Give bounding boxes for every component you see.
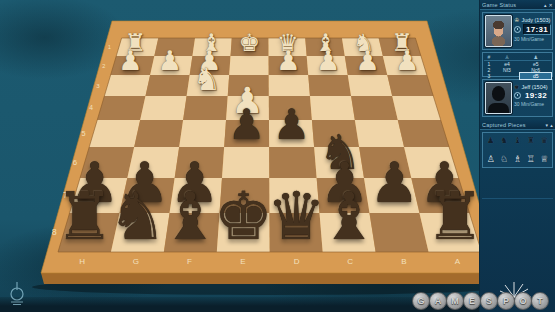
piece-d2-white-pawn[interactable]: ♟	[276, 47, 300, 74]
captured-white-bishop-icon: ♗	[513, 154, 521, 164]
square-h3[interactable]	[104, 75, 150, 96]
piece-f3-white-knight[interactable]: ♞	[193, 64, 221, 95]
sidebar-divider	[482, 198, 553, 199]
square-d6[interactable]	[269, 147, 317, 178]
gamespot-letter-G: G	[412, 292, 430, 310]
square-h4[interactable]	[97, 96, 145, 120]
captured-white-queen-icon: ♕	[540, 154, 548, 164]
rank-label-3: 3	[96, 82, 100, 89]
gamespot-letter-M: M	[446, 292, 464, 310]
piece-g8-black-knight[interactable]: ♞	[108, 184, 167, 250]
time-control-black: 30 Min/Game	[514, 101, 544, 107]
piece-d5-black-pawn[interactable]: ♟	[273, 104, 311, 146]
square-a5[interactable]	[398, 120, 449, 147]
captured-black-rook-icon: ♜	[527, 136, 534, 145]
gamespot-letter-T: T	[531, 292, 549, 310]
file-label-c: C	[347, 257, 353, 266]
square-g5[interactable]	[134, 120, 183, 147]
player-photo-white	[485, 15, 512, 47]
gamespot-letter-S: S	[480, 292, 498, 310]
square-b4[interactable]	[351, 96, 398, 120]
captured-black-queen-icon: ♛	[541, 136, 548, 145]
chess-board-3d: HGFEDCBA12345678 ♜♞♝♛♚♝♜♟♟♟♟♟♟♟♞♟♟♟♞♟♟♟♟…	[0, 0, 555, 312]
player-name-black: Jeff (1504)	[521, 84, 547, 90]
scroll-up-icon[interactable]: ▴	[550, 122, 553, 128]
piece-h8-black-rook[interactable]: ♜	[55, 184, 114, 250]
square-e6[interactable]	[222, 147, 269, 178]
captured-black-row: ♟♞♝♜♛	[484, 136, 551, 145]
gamespot-letter-E: E	[463, 292, 481, 310]
piece-d8-black-queen[interactable]: ♛	[267, 184, 326, 250]
captured-black-bishop-icon: ♝	[514, 136, 521, 145]
square-h5[interactable]	[89, 120, 140, 147]
player-photo-black	[485, 82, 512, 114]
silhouette-body	[488, 103, 509, 114]
gamespot-letter-P: P	[497, 292, 515, 310]
clock-white: 17:31	[523, 24, 551, 35]
piece-h2-white-pawn[interactable]: ♟	[118, 47, 142, 74]
time-control-white: 30 Min/Game	[514, 36, 544, 42]
captured-white-row: ♙♘♗♖♕	[484, 154, 551, 164]
game-status-title: Game Status	[482, 2, 542, 8]
piece-a8-black-rook[interactable]: ♜	[425, 184, 484, 250]
file-label-a: A	[455, 257, 461, 266]
board-frame-edge	[41, 273, 499, 284]
file-label-e: E	[240, 257, 245, 266]
game-status-titlebar[interactable]: Game Status ▴ ✕	[480, 0, 555, 10]
rank-label-5: 5	[82, 129, 86, 138]
piece-a2-white-pawn[interactable]: ♟	[395, 47, 419, 74]
player-name-row: ♔ Judy (1503)	[514, 16, 550, 23]
square-g3[interactable]	[145, 75, 189, 96]
square-d3[interactable]	[269, 75, 310, 96]
file-label-g: G	[133, 257, 139, 266]
file-label-f: F	[187, 257, 192, 266]
square-a4[interactable]	[392, 96, 441, 120]
white-king-icon: ♔	[514, 16, 519, 23]
scroll-down-icon[interactable]: ▾	[546, 122, 549, 128]
bottom-left-watermark-icon	[5, 280, 29, 310]
move-list-panel[interactable]: #♙♟1e4e52Nf3Nc63d5	[482, 52, 553, 77]
move-list-table: #♙♟1e4e52Nf3Nc63d5	[484, 54, 551, 79]
captured-black-pawn-icon: ♟	[487, 136, 494, 145]
file-label-b: B	[401, 257, 406, 266]
rank-label-1: 1	[108, 44, 111, 50]
clock-icon	[514, 92, 521, 99]
piece-c8-black-bishop[interactable]: ♝	[320, 184, 379, 250]
player-panel-white: ♔ Judy (1503) 17:31 30 Min/Game	[482, 12, 553, 50]
collapse-icon[interactable]: ▴	[544, 2, 547, 8]
square-e2[interactable]	[229, 56, 269, 75]
square-f4[interactable]	[183, 96, 228, 120]
piece-f8-black-bishop[interactable]: ♝	[161, 184, 220, 250]
clock-icon	[514, 26, 521, 33]
piece-g2-white-pawn[interactable]: ♟	[158, 47, 182, 74]
player-panel-black: ♚ Jeff (1504) 19:32 30 Min/Game	[482, 79, 553, 117]
player-name-white: Judy (1503)	[521, 17, 550, 23]
gamespot-letter-A: A	[429, 292, 447, 310]
square-c3[interactable]	[308, 75, 351, 96]
captured-white-knight-icon: ♘	[500, 154, 508, 164]
piece-c2-white-pawn[interactable]: ♟	[316, 47, 340, 74]
square-a3[interactable]	[387, 75, 433, 96]
game-status-sidebar: Game Status ▴ ✕ ♔ Judy (1503) 17:31 30 M…	[479, 0, 555, 312]
clock-black: 19:32	[523, 91, 549, 100]
captured-pieces-titlebar[interactable]: Captured Pieces ▾ ▴	[480, 120, 555, 130]
file-label-h: H	[79, 257, 85, 266]
captured-white-rook-icon: ♖	[527, 154, 535, 164]
piece-b2-white-pawn[interactable]: ♟	[355, 47, 379, 74]
piece-e8-black-king[interactable]: ♚	[214, 184, 273, 250]
gamespot-watermark: GAMESPOT	[413, 292, 549, 310]
gamespot-letter-O: O	[514, 292, 532, 310]
black-king-icon: ♚	[514, 83, 519, 90]
captured-white-pawn-icon: ♙	[487, 154, 495, 164]
rank-label-4: 4	[89, 104, 93, 111]
square-c4[interactable]	[310, 96, 355, 120]
square-g4[interactable]	[140, 96, 186, 120]
file-label-d: D	[294, 257, 300, 266]
piece-e1-white-king[interactable]: ♚	[239, 31, 261, 55]
square-b5[interactable]	[355, 120, 404, 147]
captured-black-knight-icon: ♞	[501, 136, 508, 145]
captured-pieces-panel: ♟♞♝♜♛ ♙♘♗♖♕	[482, 132, 553, 168]
rank-label-2: 2	[102, 63, 105, 69]
square-f5[interactable]	[179, 120, 226, 147]
captured-pieces-title: Captured Pieces	[482, 122, 544, 128]
square-b3[interactable]	[348, 75, 392, 96]
piece-e5-black-pawn[interactable]: ♟	[228, 104, 266, 146]
close-icon[interactable]: ✕	[549, 2, 553, 8]
player-name-row: ♚ Jeff (1504)	[514, 83, 548, 90]
silhouette-head	[492, 86, 505, 101]
